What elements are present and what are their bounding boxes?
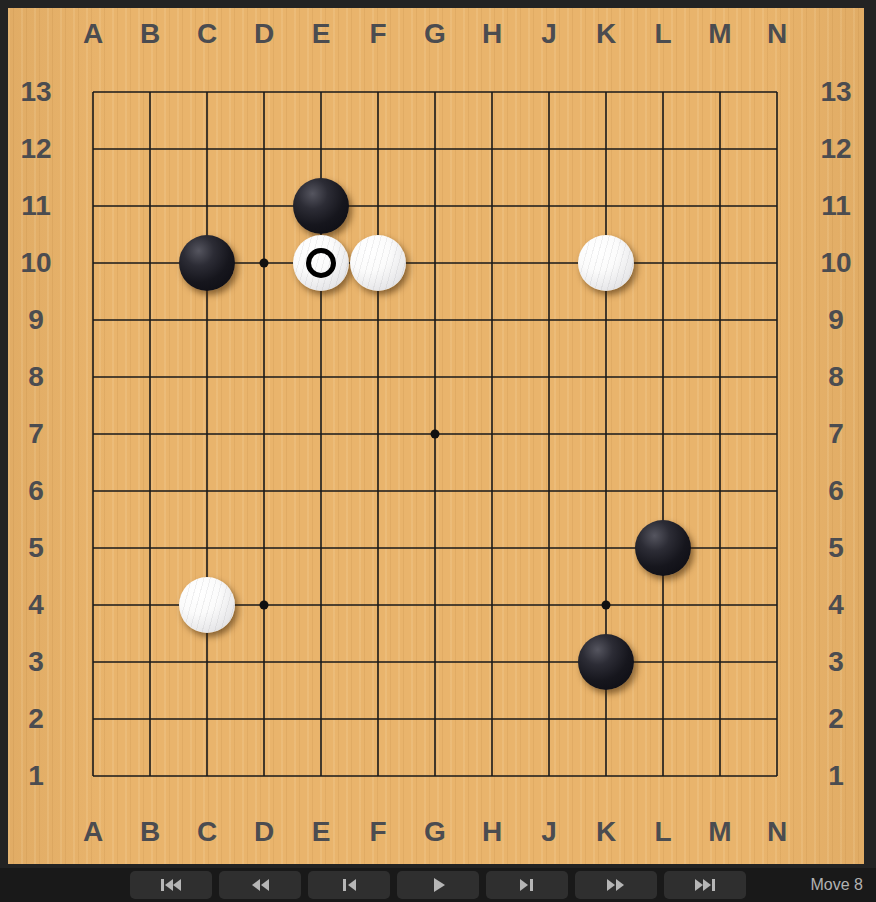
column-label-bottom-K: K	[596, 816, 616, 848]
intersection-G13[interactable]	[407, 64, 464, 121]
intersection-F6[interactable]	[350, 463, 407, 520]
black-stone-E11[interactable]	[293, 178, 349, 234]
rewind-icon	[248, 877, 272, 893]
intersection-E12[interactable]	[293, 121, 350, 178]
row-label-left-3: 3	[28, 646, 44, 678]
intersection-J1[interactable]	[521, 748, 578, 805]
intersection-N3[interactable]	[749, 634, 806, 691]
intersection-K6[interactable]	[578, 463, 635, 520]
intersection-N9[interactable]	[749, 292, 806, 349]
intersection-H8[interactable]	[464, 349, 521, 406]
row-label-right-11: 11	[821, 190, 851, 222]
intersection-K8[interactable]	[578, 349, 635, 406]
last-move-marker	[306, 248, 336, 278]
intersection-C2[interactable]	[179, 691, 236, 748]
step-back-icon	[337, 877, 361, 893]
intersection-G6[interactable]	[407, 463, 464, 520]
intersection-C13[interactable]	[179, 64, 236, 121]
rewind-button[interactable]	[219, 871, 301, 899]
row-label-left-7: 7	[28, 418, 44, 450]
intersection-L4[interactable]	[635, 577, 692, 634]
move-counter: Move 8	[811, 876, 863, 894]
intersection-M6[interactable]	[692, 463, 749, 520]
intersection-A5[interactable]	[65, 520, 122, 577]
intersection-J12[interactable]	[521, 121, 578, 178]
intersection-K1[interactable]	[578, 748, 635, 805]
intersection-N4[interactable]	[749, 577, 806, 634]
intersection-J5[interactable]	[521, 520, 578, 577]
column-label-top-D: D	[254, 18, 274, 50]
intersection-G3[interactable]	[407, 634, 464, 691]
column-label-top-L: L	[654, 18, 671, 50]
intersection-G1[interactable]	[407, 748, 464, 805]
intersection-D1[interactable]	[236, 748, 293, 805]
intersection-F4[interactable]	[350, 577, 407, 634]
intersection-F8[interactable]	[350, 349, 407, 406]
intersection-D8[interactable]	[236, 349, 293, 406]
intersection-E13[interactable]	[293, 64, 350, 121]
step-forward-icon	[515, 877, 539, 893]
intersection-N11[interactable]	[749, 178, 806, 235]
intersection-L6[interactable]	[635, 463, 692, 520]
row-label-right-9: 9	[828, 304, 844, 336]
intersection-B6[interactable]	[122, 463, 179, 520]
intersection-E2[interactable]	[293, 691, 350, 748]
intersection-C1[interactable]	[179, 748, 236, 805]
intersection-A8[interactable]	[65, 349, 122, 406]
intersection-D11[interactable]	[236, 178, 293, 235]
intersection-B4[interactable]	[122, 577, 179, 634]
intersection-L12[interactable]	[635, 121, 692, 178]
intersection-C5[interactable]	[179, 520, 236, 577]
column-label-top-A: A	[83, 18, 103, 50]
intersection-A13[interactable]	[65, 64, 122, 121]
column-label-bottom-N: N	[767, 816, 787, 848]
intersection-G12[interactable]	[407, 121, 464, 178]
intersection-B12[interactable]	[122, 121, 179, 178]
intersection-N7[interactable]	[749, 406, 806, 463]
row-label-left-10: 10	[20, 247, 51, 279]
row-label-left-13: 13	[20, 76, 51, 108]
intersection-G10[interactable]	[407, 235, 464, 292]
intersection-F5[interactable]	[350, 520, 407, 577]
column-label-bottom-D: D	[254, 816, 274, 848]
intersection-K7[interactable]	[578, 406, 635, 463]
column-label-top-E: E	[312, 18, 331, 50]
column-label-top-K: K	[596, 18, 616, 50]
intersection-C12[interactable]	[179, 121, 236, 178]
intersection-E4[interactable]	[293, 577, 350, 634]
goban: AABBCCDDEEFFGGHHJJKKLLMMNN13131212111110…	[8, 8, 864, 864]
intersection-L5[interactable]	[635, 520, 692, 577]
intersection-M8[interactable]	[692, 349, 749, 406]
intersection-H9[interactable]	[464, 292, 521, 349]
intersection-B5[interactable]	[122, 520, 179, 577]
intersection-B2[interactable]	[122, 691, 179, 748]
row-label-left-11: 11	[21, 190, 51, 222]
intersection-K13[interactable]	[578, 64, 635, 121]
intersection-G11[interactable]	[407, 178, 464, 235]
intersection-M1[interactable]	[692, 748, 749, 805]
white-stone-E10[interactable]	[293, 235, 349, 291]
intersection-D13[interactable]	[236, 64, 293, 121]
intersection-M7[interactable]	[692, 406, 749, 463]
step-forward-button[interactable]	[486, 871, 568, 899]
row-label-right-6: 6	[828, 475, 844, 507]
intersection-D12[interactable]	[236, 121, 293, 178]
intersection-H1[interactable]	[464, 748, 521, 805]
row-label-left-6: 6	[28, 475, 44, 507]
intersection-J13[interactable]	[521, 64, 578, 121]
intersection-J6[interactable]	[521, 463, 578, 520]
intersection-D10[interactable]	[236, 235, 293, 292]
intersection-L2[interactable]	[635, 691, 692, 748]
intersection-H2[interactable]	[464, 691, 521, 748]
black-stone-L5[interactable]	[635, 520, 691, 576]
intersection-A6[interactable]	[65, 463, 122, 520]
intersection-K5[interactable]	[578, 520, 635, 577]
intersection-K10[interactable]	[578, 235, 635, 292]
intersection-B13[interactable]	[122, 64, 179, 121]
intersection-D7[interactable]	[236, 406, 293, 463]
intersection-J11[interactable]	[521, 178, 578, 235]
row-label-left-5: 5	[28, 532, 44, 564]
column-label-bottom-M: M	[708, 816, 731, 848]
intersection-M5[interactable]	[692, 520, 749, 577]
column-label-bottom-L: L	[654, 816, 671, 848]
intersection-L1[interactable]	[635, 748, 692, 805]
row-label-right-2: 2	[828, 703, 844, 735]
intersection-F13[interactable]	[350, 64, 407, 121]
intersection-D2[interactable]	[236, 691, 293, 748]
intersection-M2[interactable]	[692, 691, 749, 748]
intersection-F3[interactable]	[350, 634, 407, 691]
row-label-right-7: 7	[828, 418, 844, 450]
intersection-J9[interactable]	[521, 292, 578, 349]
intersection-C6[interactable]	[179, 463, 236, 520]
intersection-M12[interactable]	[692, 121, 749, 178]
column-label-bottom-H: H	[482, 816, 502, 848]
intersection-L8[interactable]	[635, 349, 692, 406]
intersection-F11[interactable]	[350, 178, 407, 235]
row-label-right-4: 4	[828, 589, 844, 621]
row-label-left-8: 8	[28, 361, 44, 393]
intersection-A7[interactable]	[65, 406, 122, 463]
play-button[interactable]	[397, 871, 479, 899]
intersection-D6[interactable]	[236, 463, 293, 520]
step-back-button[interactable]	[308, 871, 390, 899]
intersection-H5[interactable]	[464, 520, 521, 577]
intersection-M4[interactable]	[692, 577, 749, 634]
intersection-N12[interactable]	[749, 121, 806, 178]
intersection-G2[interactable]	[407, 691, 464, 748]
intersection-G8[interactable]	[407, 349, 464, 406]
intersection-B3[interactable]	[122, 634, 179, 691]
intersection-H10[interactable]	[464, 235, 521, 292]
intersection-H13[interactable]	[464, 64, 521, 121]
column-label-bottom-J: J	[541, 816, 557, 848]
intersection-F9[interactable]	[350, 292, 407, 349]
row-label-left-12: 12	[20, 133, 51, 165]
intersection-F10[interactable]	[350, 235, 407, 292]
intersection-F7[interactable]	[350, 406, 407, 463]
intersection-E1[interactable]	[293, 748, 350, 805]
skip-start-icon	[159, 877, 183, 893]
black-stone-C10[interactable]	[179, 235, 235, 291]
intersection-G7[interactable]	[407, 406, 464, 463]
go-game-viewer: AABBCCDDEEFFGGHHJJKKLLMMNN13131212111110…	[0, 0, 876, 902]
skip-end-icon	[693, 877, 717, 893]
intersection-G5[interactable]	[407, 520, 464, 577]
intersection-D4[interactable]	[236, 577, 293, 634]
column-label-bottom-G: G	[424, 816, 446, 848]
intersection-H12[interactable]	[464, 121, 521, 178]
intersection-L9[interactable]	[635, 292, 692, 349]
intersection-A9[interactable]	[65, 292, 122, 349]
column-label-top-F: F	[369, 18, 386, 50]
intersection-F1[interactable]	[350, 748, 407, 805]
intersection-C7[interactable]	[179, 406, 236, 463]
intersection-C4[interactable]	[179, 577, 236, 634]
play-icon	[426, 877, 450, 893]
intersection-B8[interactable]	[122, 349, 179, 406]
intersection-E8[interactable]	[293, 349, 350, 406]
intersection-M11[interactable]	[692, 178, 749, 235]
intersection-D5[interactable]	[236, 520, 293, 577]
intersection-F12[interactable]	[350, 121, 407, 178]
row-label-right-13: 13	[820, 76, 851, 108]
column-label-top-H: H	[482, 18, 502, 50]
intersection-M3[interactable]	[692, 634, 749, 691]
column-label-bottom-B: B	[140, 816, 160, 848]
row-label-right-1: 1	[828, 760, 844, 792]
intersection-N6[interactable]	[749, 463, 806, 520]
intersection-B11[interactable]	[122, 178, 179, 235]
intersection-N1[interactable]	[749, 748, 806, 805]
intersection-E5[interactable]	[293, 520, 350, 577]
row-label-right-5: 5	[828, 532, 844, 564]
skip-to-end-button[interactable]	[664, 871, 746, 899]
intersection-L11[interactable]	[635, 178, 692, 235]
intersection-N2[interactable]	[749, 691, 806, 748]
column-label-bottom-F: F	[369, 816, 386, 848]
intersection-E3[interactable]	[293, 634, 350, 691]
intersection-G4[interactable]	[407, 577, 464, 634]
intersection-B1[interactable]	[122, 748, 179, 805]
column-label-bottom-E: E	[312, 816, 331, 848]
playback-buttons	[130, 871, 746, 899]
column-label-top-G: G	[424, 18, 446, 50]
column-label-top-J: J	[541, 18, 557, 50]
fast-forward-button[interactable]	[575, 871, 657, 899]
intersection-L10[interactable]	[635, 235, 692, 292]
intersection-A3[interactable]	[65, 634, 122, 691]
intersection-M10[interactable]	[692, 235, 749, 292]
row-label-right-12: 12	[820, 133, 851, 165]
intersection-C10[interactable]	[179, 235, 236, 292]
intersection-N5[interactable]	[749, 520, 806, 577]
intersection-J2[interactable]	[521, 691, 578, 748]
white-stone-F10[interactable]	[350, 235, 406, 291]
intersection-F2[interactable]	[350, 691, 407, 748]
intersection-J8[interactable]	[521, 349, 578, 406]
row-label-right-3: 3	[828, 646, 844, 678]
intersection-B9[interactable]	[122, 292, 179, 349]
intersection-K9[interactable]	[578, 292, 635, 349]
intersection-M13[interactable]	[692, 64, 749, 121]
fast-forward-icon	[604, 877, 628, 893]
intersection-K11[interactable]	[578, 178, 635, 235]
intersection-M9[interactable]	[692, 292, 749, 349]
intersection-H7[interactable]	[464, 406, 521, 463]
intersection-A11[interactable]	[65, 178, 122, 235]
intersection-K12[interactable]	[578, 121, 635, 178]
intersection-C3[interactable]	[179, 634, 236, 691]
intersection-E10[interactable]	[293, 235, 350, 292]
intersection-N10[interactable]	[749, 235, 806, 292]
intersection-A12[interactable]	[65, 121, 122, 178]
intersection-G9[interactable]	[407, 292, 464, 349]
intersection-H4[interactable]	[464, 577, 521, 634]
intersection-J7[interactable]	[521, 406, 578, 463]
white-stone-C4[interactable]	[179, 577, 235, 633]
row-label-left-2: 2	[28, 703, 44, 735]
playback-toolbar: Move 8	[0, 868, 876, 902]
intersection-E6[interactable]	[293, 463, 350, 520]
intersection-L7[interactable]	[635, 406, 692, 463]
intersection-K2[interactable]	[578, 691, 635, 748]
intersection-B7[interactable]	[122, 406, 179, 463]
row-label-left-9: 9	[28, 304, 44, 336]
intersection-D9[interactable]	[236, 292, 293, 349]
black-stone-K3[interactable]	[578, 634, 634, 690]
intersection-E11[interactable]	[293, 178, 350, 235]
intersection-J10[interactable]	[521, 235, 578, 292]
intersection-K3[interactable]	[578, 634, 635, 691]
intersection-E7[interactable]	[293, 406, 350, 463]
intersection-J4[interactable]	[521, 577, 578, 634]
column-label-top-M: M	[708, 18, 731, 50]
intersection-N13[interactable]	[749, 64, 806, 121]
skip-to-start-button[interactable]	[130, 871, 212, 899]
board-intersections	[65, 64, 806, 805]
white-stone-K10[interactable]	[578, 235, 634, 291]
column-label-top-N: N	[767, 18, 787, 50]
intersection-B10[interactable]	[122, 235, 179, 292]
column-label-bottom-C: C	[197, 816, 217, 848]
intersection-H11[interactable]	[464, 178, 521, 235]
intersection-C9[interactable]	[179, 292, 236, 349]
intersection-J3[interactable]	[521, 634, 578, 691]
column-label-top-B: B	[140, 18, 160, 50]
row-label-right-8: 8	[828, 361, 844, 393]
intersection-A10[interactable]	[65, 235, 122, 292]
row-label-left-4: 4	[28, 589, 44, 621]
intersection-A2[interactable]	[65, 691, 122, 748]
intersection-C8[interactable]	[179, 349, 236, 406]
intersection-A1[interactable]	[65, 748, 122, 805]
column-label-bottom-A: A	[83, 816, 103, 848]
row-label-right-10: 10	[820, 247, 851, 279]
column-label-top-C: C	[197, 18, 217, 50]
intersection-A4[interactable]	[65, 577, 122, 634]
row-label-left-1: 1	[28, 760, 44, 792]
intersection-E9[interactable]	[293, 292, 350, 349]
intersection-C11[interactable]	[179, 178, 236, 235]
intersection-H6[interactable]	[464, 463, 521, 520]
intersection-L13[interactable]	[635, 64, 692, 121]
intersection-H3[interactable]	[464, 634, 521, 691]
intersection-L3[interactable]	[635, 634, 692, 691]
intersection-K4[interactable]	[578, 577, 635, 634]
intersection-D3[interactable]	[236, 634, 293, 691]
intersection-N8[interactable]	[749, 349, 806, 406]
